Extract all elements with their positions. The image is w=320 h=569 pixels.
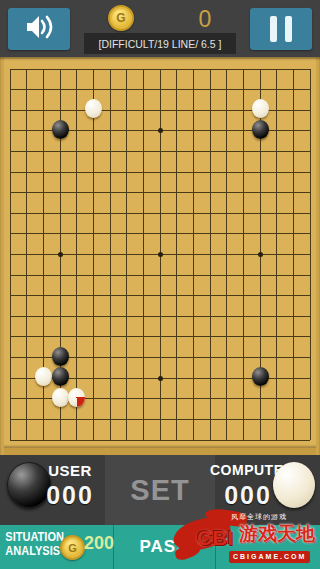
grid-line [193, 69, 194, 440]
grid-line [276, 69, 277, 440]
grid-line [10, 316, 310, 317]
stone-white-c6r3 [85, 99, 102, 118]
stone-black-c4r16 [52, 367, 69, 386]
pause-button[interactable] [250, 8, 312, 50]
situation-analysis-label: SITUATION ANALYSIS [5, 530, 58, 558]
computer-score: 000 [214, 481, 282, 510]
grid-line [243, 69, 244, 440]
difficulty-label: [DIFFICULT/19 LINE/ 6.5 ] [84, 33, 236, 54]
stone-white-c16r3 [252, 99, 269, 118]
grid-line [226, 69, 227, 440]
footer-bar: SITUATION ANALYSIS G 200 PASS [0, 525, 320, 569]
user-label: USER [40, 462, 100, 479]
go-app: G 0 [DIFFICULT/19 LINE/ 6.5 ] USER 000 S… [0, 0, 320, 569]
divider [215, 525, 216, 569]
header-bar: G 0 [DIFFICULT/19 LINE/ 6.5 ] [0, 0, 320, 57]
stone-black-c16r16 [252, 367, 269, 386]
stone-black-c16r4 [252, 120, 269, 139]
grid-line [10, 440, 310, 441]
player-panel: USER 000 SET COMPUTER 000 [0, 455, 320, 525]
grid-line [210, 69, 211, 440]
stone-black-c4r4 [52, 120, 69, 139]
grid-line [10, 336, 310, 337]
grid-line [10, 419, 310, 420]
grid-line [10, 275, 310, 276]
star-point [158, 128, 163, 133]
coin-icon: G [60, 535, 85, 560]
stone-white-c4r17 [52, 388, 69, 407]
grid-line [310, 69, 311, 440]
coin-icon: G [108, 5, 134, 31]
user-score: 000 [40, 481, 100, 510]
grid-line [10, 295, 310, 296]
last-move-marker [68, 388, 85, 407]
grid-line [293, 69, 294, 440]
stone-white-c5r17 [68, 388, 85, 407]
pause-icon [270, 16, 277, 42]
coin-count: 0 [185, 6, 225, 33]
pass-button[interactable]: PASS [113, 525, 215, 569]
grid-line [176, 69, 177, 440]
go-board[interactable] [0, 57, 320, 455]
star-point [158, 376, 163, 381]
pause-icon [285, 16, 292, 42]
star-point [258, 252, 263, 257]
speaker-icon [22, 12, 56, 46]
computer-stone-icon [273, 462, 315, 508]
star-point [58, 252, 63, 257]
star-point [158, 252, 163, 257]
stone-white-c3r16 [35, 367, 52, 386]
coin-letter: G [116, 11, 125, 25]
set-button[interactable]: SET [105, 455, 215, 525]
sound-button[interactable] [8, 8, 70, 50]
stone-black-c4r15 [52, 347, 69, 366]
analysis-cost: 200 [84, 533, 114, 554]
